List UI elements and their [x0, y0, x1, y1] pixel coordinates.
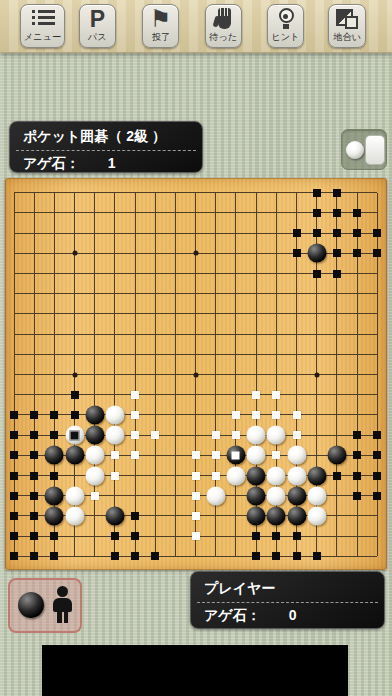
black-stone [267, 506, 286, 525]
grid-line-v [357, 193, 358, 557]
player-title: プレイヤー [191, 572, 384, 601]
black-territory-marker [50, 472, 58, 480]
white-territory-marker [272, 411, 280, 419]
black-territory-marker [131, 532, 139, 540]
white-territory-marker [131, 411, 139, 419]
hint-button[interactable]: ヒント [267, 4, 304, 48]
black-territory-marker [252, 552, 260, 560]
player-panel: プレイヤー アゲ石： 0 [190, 571, 385, 629]
black-territory-marker [30, 492, 38, 500]
resign-button-label: 投了 [151, 31, 169, 42]
black-territory-marker [50, 552, 58, 560]
star-point [314, 372, 319, 377]
pass-button[interactable]: P パス [79, 4, 116, 48]
white-stone [85, 446, 104, 465]
lightbulb-icon [276, 7, 296, 31]
card-icon [365, 135, 385, 165]
black-territory-marker [111, 532, 119, 540]
black-territory-marker [333, 189, 341, 197]
black-stone [287, 506, 306, 525]
black-territory-marker [151, 552, 159, 560]
white-stone [287, 446, 306, 465]
black-territory-marker [10, 532, 18, 540]
grid-line-v [235, 193, 236, 557]
territory-squares-icon [336, 7, 358, 31]
white-stone [65, 506, 84, 525]
black-territory-marker [313, 552, 321, 560]
white-territory-marker [151, 431, 159, 439]
white-territory-marker [272, 391, 280, 399]
black-territory-marker [353, 249, 361, 257]
white-stone [287, 466, 306, 485]
opponent-panel: ポケット囲碁（ 2級 ） アゲ石： 1 [9, 121, 203, 173]
black-territory-marker [272, 532, 280, 540]
black-territory-marker [10, 472, 18, 480]
menu-button-label: メニュー [24, 31, 61, 42]
black-territory-marker [30, 532, 38, 540]
hand-icon [214, 7, 234, 31]
white-territory-marker [91, 492, 99, 500]
panel-divider [197, 602, 378, 603]
black-stone [65, 446, 84, 465]
dead-white-stone [65, 426, 84, 445]
grid-line-h [14, 394, 377, 395]
black-territory-marker [313, 189, 321, 197]
territory-button[interactable]: 地合い [328, 4, 366, 48]
black-territory-marker [353, 229, 361, 237]
black-territory-marker [252, 532, 260, 540]
black-territory-marker [373, 451, 381, 459]
black-stone [85, 426, 104, 445]
black-territory-marker [333, 472, 341, 480]
white-territory-marker [192, 512, 200, 520]
white-territory-marker [212, 431, 220, 439]
app-screen: メニュー P パス ⚑ 投了 待った ヒント 地合い [0, 0, 392, 696]
white-territory-marker [131, 391, 139, 399]
black-territory-marker [293, 532, 301, 540]
black-territory-marker [30, 451, 38, 459]
black-territory-marker [373, 249, 381, 257]
hint-button-label: ヒント [271, 31, 299, 42]
menu-icon [31, 7, 55, 31]
white-territory-marker [252, 391, 260, 399]
go-board[interactable] [5, 178, 387, 570]
black-stone [85, 405, 104, 424]
white-territory-marker [252, 411, 260, 419]
white-territory-marker [232, 411, 240, 419]
star-point [193, 251, 198, 256]
black-stone [327, 446, 346, 465]
white-stone [267, 426, 286, 445]
star-point [72, 372, 77, 377]
opponent-captures-value: 1 [108, 155, 116, 173]
white-territory-marker [293, 431, 301, 439]
panel-divider [16, 150, 196, 151]
white-territory-marker [192, 472, 200, 480]
grid-line-v [336, 193, 337, 557]
white-stone [247, 426, 266, 445]
black-stone [247, 466, 266, 485]
white-territory-marker [131, 451, 139, 459]
menu-button[interactable]: メニュー [20, 4, 65, 48]
dead-black-stone [226, 446, 245, 465]
black-territory-marker [10, 451, 18, 459]
black-territory-marker [373, 472, 381, 480]
black-territory-marker [333, 249, 341, 257]
black-territory-marker [10, 492, 18, 500]
black-territory-marker [333, 209, 341, 217]
black-stone-icon [18, 592, 44, 618]
black-stone [45, 446, 64, 465]
black-territory-marker [353, 209, 361, 217]
grid-line-h [14, 414, 377, 415]
white-stone [105, 405, 124, 424]
black-territory-marker [131, 512, 139, 520]
white-territory-marker [272, 451, 280, 459]
white-territory-marker [232, 431, 240, 439]
black-territory-marker [111, 552, 119, 560]
white-territory-marker [192, 532, 200, 540]
player-badge[interactable] [8, 578, 82, 633]
black-territory-marker [373, 492, 381, 500]
black-territory-marker [50, 411, 58, 419]
grid-line-h [14, 556, 377, 557]
resign-flag-icon: ⚑ [150, 7, 172, 31]
black-stone [45, 506, 64, 525]
black-stone [45, 486, 64, 505]
grid-line-v [377, 193, 378, 557]
territory-button-label: 地合い [333, 31, 361, 42]
black-territory-marker [373, 431, 381, 439]
pass-button-label: パス [88, 31, 107, 42]
undo-button-label: 待った [209, 31, 237, 42]
white-stone [267, 486, 286, 505]
ad-banner [42, 645, 348, 696]
black-territory-marker [333, 229, 341, 237]
black-territory-marker [313, 270, 321, 278]
white-stone [65, 486, 84, 505]
person-icon [50, 586, 74, 624]
white-territory-marker [293, 411, 301, 419]
black-stone [247, 506, 266, 525]
white-territory-marker [192, 451, 200, 459]
star-point [72, 251, 77, 256]
star-point [193, 372, 198, 377]
black-territory-marker [10, 512, 18, 520]
black-territory-marker [373, 229, 381, 237]
black-stone [105, 506, 124, 525]
toolbar: メニュー P パス ⚑ 投了 待った ヒント 地合い [0, 0, 392, 53]
black-territory-marker [10, 552, 18, 560]
black-territory-marker [293, 249, 301, 257]
white-territory-marker [131, 431, 139, 439]
black-territory-marker [30, 411, 38, 419]
black-territory-marker [313, 209, 321, 217]
black-territory-marker [30, 472, 38, 480]
black-territory-marker [333, 270, 341, 278]
resign-button[interactable]: ⚑ 投了 [142, 4, 179, 48]
black-territory-marker [313, 229, 321, 237]
opponent-captures-label: アゲ石： [23, 155, 80, 173]
black-territory-marker [30, 431, 38, 439]
player-captures-value: 0 [289, 607, 297, 625]
white-stone [226, 466, 245, 485]
black-territory-marker [30, 512, 38, 520]
undo-button[interactable]: 待った [205, 4, 242, 48]
white-turn-indicator[interactable] [341, 129, 387, 170]
opponent-title: ポケット囲碁（ 2級 ） [10, 122, 202, 149]
black-territory-marker [293, 229, 301, 237]
white-territory-marker [212, 451, 220, 459]
player-captures-label: アゲ石： [204, 607, 261, 625]
white-stone [206, 486, 225, 505]
black-territory-marker [293, 552, 301, 560]
black-territory-marker [10, 431, 18, 439]
white-stone [267, 466, 286, 485]
white-territory-marker [192, 492, 200, 500]
white-stone-icon [346, 141, 364, 159]
pass-icon: P [90, 7, 105, 31]
white-stone [85, 466, 104, 485]
white-stone [247, 446, 266, 465]
black-territory-marker [353, 451, 361, 459]
black-territory-marker [30, 552, 38, 560]
black-stone [247, 486, 266, 505]
black-stone [307, 466, 326, 485]
black-stone [287, 486, 306, 505]
black-stone [307, 244, 326, 263]
white-stone [105, 426, 124, 445]
black-territory-marker [353, 431, 361, 439]
white-stone [307, 506, 326, 525]
white-territory-marker [212, 472, 220, 480]
black-territory-marker [71, 411, 79, 419]
black-territory-marker [353, 492, 361, 500]
white-territory-marker [111, 451, 119, 459]
white-stone [307, 486, 326, 505]
black-territory-marker [71, 391, 79, 399]
black-territory-marker [50, 431, 58, 439]
white-territory-marker [111, 472, 119, 480]
black-territory-marker [353, 472, 361, 480]
black-territory-marker [272, 552, 280, 560]
black-territory-marker [10, 411, 18, 419]
black-territory-marker [50, 532, 58, 540]
black-territory-marker [131, 552, 139, 560]
